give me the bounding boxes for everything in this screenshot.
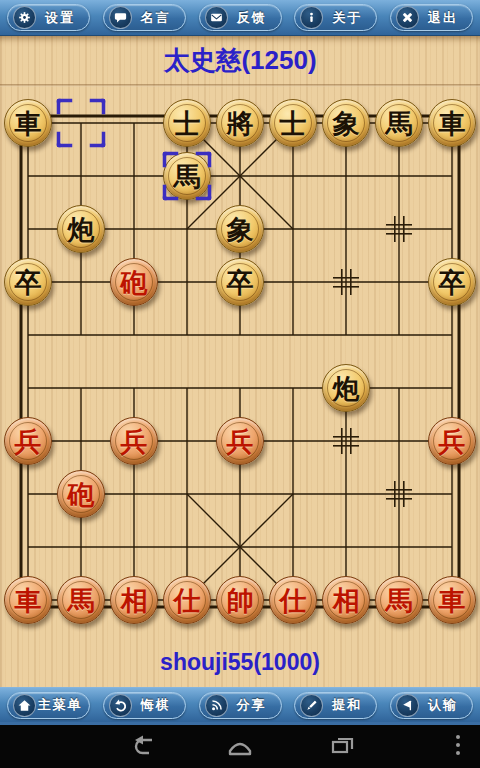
piece-red-兵[interactable]: 兵 bbox=[216, 417, 264, 465]
piece-black-卒[interactable]: 卒 bbox=[216, 258, 264, 306]
exit-icon bbox=[396, 6, 419, 29]
about-button[interactable]: 关于 bbox=[294, 4, 377, 31]
exit-button[interactable]: 退出 bbox=[390, 4, 473, 31]
piece-black-象[interactable]: 象 bbox=[216, 205, 264, 253]
offer-draw-button[interactable]: 提和 bbox=[294, 692, 377, 719]
bracket-corner bbox=[90, 132, 106, 148]
android-navbar bbox=[0, 722, 480, 768]
piece-red-帥[interactable]: 帥 bbox=[216, 576, 264, 624]
share-button[interactable]: 分享 bbox=[199, 692, 282, 719]
piece-glyph: 士 bbox=[174, 110, 201, 137]
about-label: 关于 bbox=[323, 9, 371, 27]
settings-label: 设置 bbox=[36, 9, 84, 27]
piece-glyph: 砲 bbox=[121, 269, 148, 296]
piece-black-卒[interactable]: 卒 bbox=[428, 258, 476, 306]
nav-back-icon[interactable] bbox=[130, 732, 160, 762]
piece-glyph: 兵 bbox=[15, 428, 42, 455]
feedback-button[interactable]: 反馈 bbox=[199, 4, 282, 31]
piece-glyph: 帥 bbox=[227, 587, 254, 614]
info-icon bbox=[300, 6, 323, 29]
resign-label: 认输 bbox=[419, 696, 467, 714]
main-menu-label: 主菜单 bbox=[36, 696, 84, 714]
piece-black-炮[interactable]: 炮 bbox=[57, 205, 105, 253]
mail-icon bbox=[205, 6, 228, 29]
quotes-label: 名言 bbox=[132, 9, 180, 27]
piece-glyph: 將 bbox=[227, 110, 254, 137]
piece-black-車[interactable]: 車 bbox=[4, 99, 52, 147]
piece-glyph: 車 bbox=[15, 587, 42, 614]
piece-red-馬[interactable]: 馬 bbox=[57, 576, 105, 624]
top-toolbar: 设置 名言 反馈 关于 退出 bbox=[0, 0, 480, 36]
piece-black-象[interactable]: 象 bbox=[322, 99, 370, 147]
resign-flag-icon bbox=[396, 694, 419, 717]
undo-icon bbox=[109, 694, 132, 717]
piece-glyph: 馬 bbox=[386, 587, 413, 614]
piece-red-相[interactable]: 相 bbox=[110, 576, 158, 624]
piece-layer: 車士將士象馬車馬炮象卒卒卒炮砲兵兵兵兵砲車馬相仕帥仕相馬車 bbox=[0, 36, 480, 687]
piece-red-兵[interactable]: 兵 bbox=[110, 417, 158, 465]
piece-glyph: 象 bbox=[333, 110, 360, 137]
last-move-from-highlight bbox=[57, 99, 106, 148]
piece-red-兵[interactable]: 兵 bbox=[428, 417, 476, 465]
offer-draw-label: 提和 bbox=[323, 696, 371, 714]
bracket-corner bbox=[57, 132, 73, 148]
quotes-button[interactable]: 名言 bbox=[103, 4, 186, 31]
piece-red-砲[interactable]: 砲 bbox=[57, 470, 105, 518]
point-marker bbox=[386, 481, 412, 507]
last-move-to-highlight bbox=[163, 152, 212, 201]
piece-glyph: 士 bbox=[280, 110, 307, 137]
piece-glyph: 卒 bbox=[15, 269, 42, 296]
nav-home-icon[interactable] bbox=[224, 732, 256, 762]
piece-glyph: 車 bbox=[439, 587, 466, 614]
bracket-corner bbox=[196, 185, 212, 201]
piece-black-炮[interactable]: 炮 bbox=[322, 364, 370, 412]
piece-glyph: 兵 bbox=[227, 428, 254, 455]
bracket-corner bbox=[196, 152, 212, 168]
pencil-icon bbox=[300, 694, 323, 717]
piece-black-馬[interactable]: 馬 bbox=[375, 99, 423, 147]
exit-label: 退出 bbox=[419, 9, 467, 27]
piece-glyph: 象 bbox=[227, 216, 254, 243]
piece-glyph: 兵 bbox=[121, 428, 148, 455]
undo-label: 悔棋 bbox=[132, 696, 180, 714]
piece-glyph: 相 bbox=[121, 587, 148, 614]
piece-red-相[interactable]: 相 bbox=[322, 576, 370, 624]
piece-black-士[interactable]: 士 bbox=[163, 99, 211, 147]
point-marker bbox=[333, 269, 359, 295]
piece-black-將[interactable]: 將 bbox=[216, 99, 264, 147]
bracket-corner bbox=[163, 152, 179, 168]
point-marker bbox=[386, 216, 412, 242]
home-icon bbox=[13, 694, 36, 717]
nav-overflow-icon[interactable] bbox=[454, 732, 462, 762]
share-icon bbox=[205, 694, 228, 717]
piece-red-車[interactable]: 車 bbox=[428, 576, 476, 624]
settings-button[interactable]: 设置 bbox=[7, 4, 90, 31]
piece-black-車[interactable]: 車 bbox=[428, 99, 476, 147]
piece-red-兵[interactable]: 兵 bbox=[4, 417, 52, 465]
piece-glyph: 仕 bbox=[280, 587, 307, 614]
player-name: shouji55(1000) bbox=[0, 649, 480, 676]
gear-icon bbox=[13, 6, 36, 29]
bracket-corner bbox=[163, 185, 179, 201]
bracket-corner bbox=[57, 99, 73, 115]
piece-glyph: 馬 bbox=[68, 587, 95, 614]
piece-glyph: 車 bbox=[15, 110, 42, 137]
speech-icon bbox=[109, 6, 132, 29]
piece-glyph: 砲 bbox=[68, 481, 95, 508]
piece-glyph: 仕 bbox=[174, 587, 201, 614]
piece-glyph: 卒 bbox=[227, 269, 254, 296]
feedback-label: 反馈 bbox=[228, 9, 276, 27]
piece-glyph: 炮 bbox=[68, 216, 95, 243]
xiangqi-app-screen: 设置 名言 反馈 关于 退出 太史慈(1250) bbox=[0, 0, 480, 768]
piece-red-仕[interactable]: 仕 bbox=[163, 576, 211, 624]
main-menu-button[interactable]: 主菜单 bbox=[7, 692, 90, 719]
share-label: 分享 bbox=[228, 696, 276, 714]
undo-move-button[interactable]: 悔棋 bbox=[103, 692, 186, 719]
nav-recents-icon[interactable] bbox=[328, 732, 358, 762]
piece-glyph: 相 bbox=[333, 587, 360, 614]
piece-red-馬[interactable]: 馬 bbox=[375, 576, 423, 624]
piece-black-士[interactable]: 士 bbox=[269, 99, 317, 147]
resign-button[interactable]: 认输 bbox=[390, 692, 473, 719]
piece-black-卒[interactable]: 卒 bbox=[4, 258, 52, 306]
piece-glyph: 兵 bbox=[439, 428, 466, 455]
piece-glyph: 炮 bbox=[333, 375, 360, 402]
piece-red-車[interactable]: 車 bbox=[4, 576, 52, 624]
piece-glyph: 車 bbox=[439, 110, 466, 137]
piece-glyph: 馬 bbox=[386, 110, 413, 137]
piece-glyph: 卒 bbox=[439, 269, 466, 296]
board-area: 太史慈(1250) 車士將士象馬車馬炮象卒卒卒炮砲兵兵兵兵砲車馬相仕帥仕相馬車 … bbox=[0, 36, 480, 687]
bottom-toolbar: 主菜单 悔棋 分享 提和 认输 bbox=[0, 687, 480, 722]
piece-red-砲[interactable]: 砲 bbox=[110, 258, 158, 306]
point-marker bbox=[333, 428, 359, 454]
bracket-corner bbox=[90, 99, 106, 115]
piece-red-仕[interactable]: 仕 bbox=[269, 576, 317, 624]
